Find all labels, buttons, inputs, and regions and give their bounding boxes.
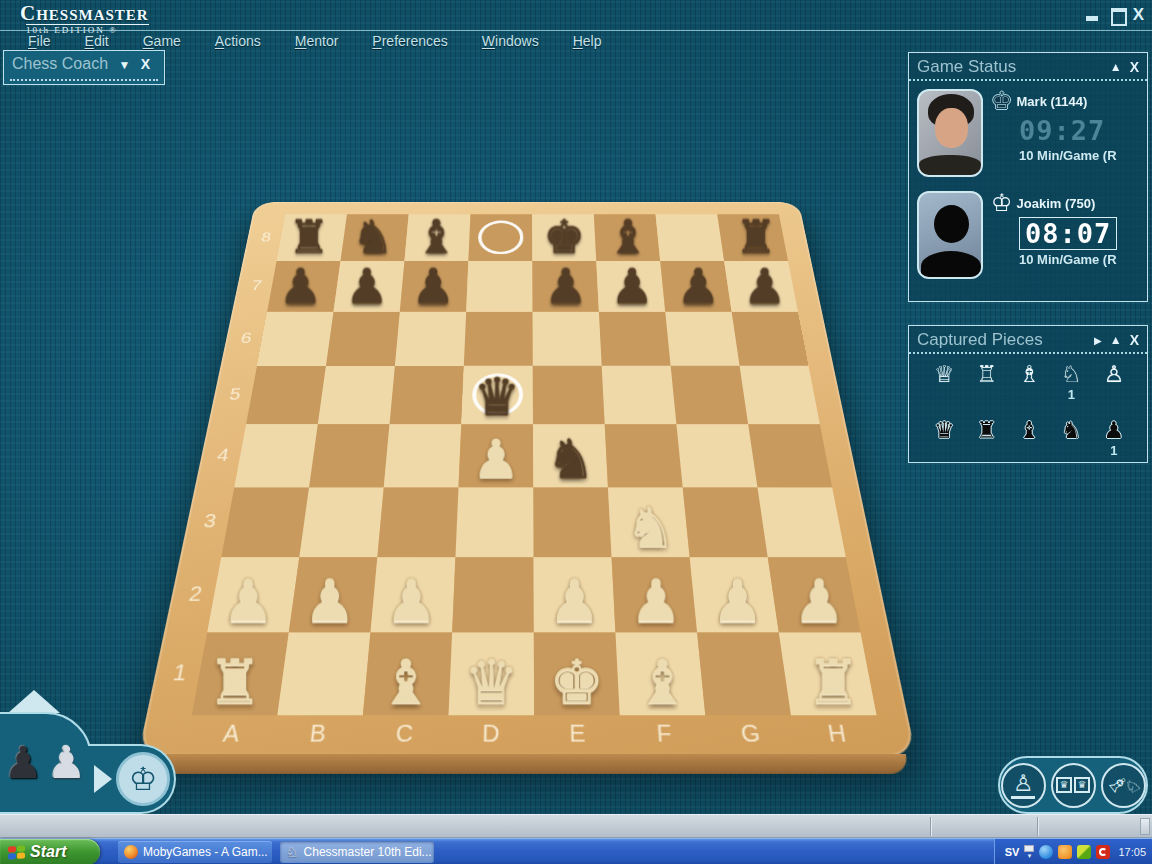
black-pawn[interactable]: ♟ — [731, 262, 797, 310]
mark-clock: 09:27 — [1019, 115, 1141, 146]
square-d2[interactable] — [452, 557, 534, 633]
black-bishop[interactable]: ♝ — [596, 214, 660, 260]
square-c3[interactable] — [377, 488, 458, 557]
task-mobygames[interactable]: MobyGames - A Gam... — [118, 841, 272, 863]
square-g4[interactable] — [676, 424, 757, 488]
square-a8[interactable]: ♜ — [277, 214, 347, 261]
square-c6[interactable] — [395, 311, 466, 365]
messenger-tray-icon[interactable] — [1039, 845, 1053, 859]
square-h7[interactable]: ♟ — [724, 261, 798, 311]
black-rook[interactable]: ♜ — [724, 214, 788, 260]
start-button[interactable]: Start — [0, 839, 100, 864]
square-a4[interactable] — [234, 424, 318, 488]
square-a3[interactable] — [221, 488, 309, 557]
captured-black-row: ♛ ♜ ♝ ♞ ♟1 — [923, 418, 1135, 458]
black-bishop[interactable]: ♝ — [405, 214, 469, 260]
white-bishop[interactable]: ♝ — [620, 651, 705, 713]
file-label-A: A — [185, 715, 277, 751]
file-label-F: F — [620, 715, 709, 751]
joakim-clock-active: 08:07 — [1019, 217, 1117, 250]
square-e8[interactable]: ♚ — [532, 214, 596, 261]
restore-icon[interactable] — [1109, 8, 1125, 22]
boards-view-button[interactable]: ♛ ♛ — [1051, 763, 1096, 808]
menu-file[interactable]: File — [28, 33, 51, 50]
white-knight-captured-count: 1 — [1050, 387, 1092, 402]
minimize-icon[interactable] — [1085, 8, 1101, 22]
square-b8[interactable]: ♞ — [341, 214, 409, 261]
menu-preferences[interactable]: Preferences — [372, 33, 448, 50]
square-e2[interactable]: ♟ — [534, 557, 616, 633]
white-queen[interactable]: ♛ — [449, 651, 534, 713]
coach-collapse-icon[interactable]: ▼ — [119, 58, 131, 72]
expand-right-arrow-icon[interactable] — [94, 765, 112, 793]
window-controls: X — [1085, 8, 1144, 22]
square-d1[interactable]: ♛ — [449, 632, 535, 715]
pieces-view-button[interactable]: ♙ — [1001, 763, 1046, 808]
captured-close-icon[interactable]: X — [1130, 332, 1139, 348]
input-device-icon[interactable]: ▾ — [1024, 845, 1034, 859]
board-3d: 8♜♞♝♚♝♜7♟♟♟♟♟♟♟65♛4♟♞3♞2♟♟♟♟♟♟♟1♜♝♛♚♝♜AB… — [138, 202, 916, 756]
white-knight-icon: ♘ — [1050, 362, 1092, 387]
white-pawn[interactable]: ♟ — [371, 571, 453, 630]
knight-icon: ♘ — [286, 845, 299, 859]
mark-time-control: 10 Min/Game (R — [1019, 148, 1141, 163]
black-pawn-tray-icon: ♟ — [4, 741, 43, 785]
square-f5[interactable] — [602, 366, 677, 425]
white-knight[interactable]: ♞ — [611, 499, 689, 555]
black-queen-icon: ♛ — [923, 418, 965, 443]
avatar-mark — [917, 89, 983, 177]
last-move-ring — [478, 221, 524, 255]
player-name: Joakim (750) — [1017, 196, 1096, 211]
joakim-time-control: 10 Min/Game (R — [1019, 252, 1141, 267]
square-d7[interactable] — [466, 261, 532, 311]
black-pawn[interactable]: ♟ — [665, 262, 731, 310]
black-king[interactable]: ♚ — [532, 214, 596, 260]
taskbar: Start MobyGames - A Gam... ♘ Chessmaster… — [0, 838, 1152, 864]
square-f2[interactable]: ♟ — [612, 557, 698, 633]
statusbar-grip — [1140, 818, 1150, 835]
windows-flag-icon — [8, 845, 25, 859]
menu-help[interactable]: Help — [573, 33, 602, 50]
captured-collapse-icon[interactable]: ▲ — [1110, 333, 1122, 347]
white-pawn[interactable]: ♟ — [289, 571, 371, 630]
mini-board-icon: ♛ — [1056, 777, 1072, 793]
square-h5[interactable] — [740, 366, 820, 425]
black-pawn[interactable]: ♟ — [599, 262, 665, 310]
white-rook[interactable]: ♜ — [791, 651, 876, 713]
file-label-G: G — [705, 715, 796, 751]
firefox-icon — [124, 845, 138, 859]
black-rook-icon: ♜ — [965, 418, 1007, 443]
square-a5[interactable] — [246, 366, 326, 425]
white-pawn[interactable]: ♟ — [697, 571, 779, 630]
player-name: Mark (1144) — [1017, 94, 1088, 109]
white-bishop-icon: ♗ — [1008, 362, 1050, 387]
square-d6[interactable] — [464, 311, 533, 365]
captured-title: Captured Pieces — [917, 330, 1086, 350]
square-b6[interactable] — [326, 311, 400, 365]
red-tray-icon[interactable] — [1096, 845, 1110, 859]
square-b4[interactable] — [309, 424, 390, 488]
tray-expand-tab: ♔ — [88, 744, 176, 814]
square-d4[interactable]: ♟ — [458, 424, 533, 488]
square-b5[interactable] — [318, 366, 395, 425]
square-c7[interactable]: ♟ — [400, 261, 469, 311]
menu-bar: File Edit Game Actions Mentor Preference… — [28, 33, 635, 50]
white-pawn[interactable]: ♟ — [615, 571, 697, 630]
captured-titlebar: Captured Pieces ▶ ▲ X — [909, 326, 1147, 354]
coach-close-icon[interactable]: X — [141, 56, 150, 72]
white-pawn-tray-icon: ♟ — [47, 741, 86, 785]
black-pawn[interactable]: ♟ — [267, 262, 333, 310]
board-frame: 8♜♞♝♚♝♜7♟♟♟♟♟♟♟65♛4♟♞3♞2♟♟♟♟♟♟♟1♜♝♛♚♝♜AB… — [138, 202, 916, 756]
square-e3[interactable] — [533, 488, 611, 557]
menu-edit[interactable]: Edit — [85, 33, 109, 50]
black-pawn[interactable]: ♟ — [533, 262, 599, 310]
square-c2[interactable]: ♟ — [370, 557, 455, 633]
white-bishop[interactable]: ♝ — [363, 651, 448, 713]
square-d3[interactable] — [455, 488, 533, 557]
board-grid[interactable]: 8♜♞♝♚♝♜7♟♟♟♟♟♟♟65♛4♟♞3♞2♟♟♟♟♟♟♟1♜♝♛♚♝♜AB… — [144, 214, 884, 751]
black-knight-icon: ♞ — [1050, 418, 1092, 443]
square-f8[interactable]: ♝ — [594, 214, 660, 261]
file-label-C: C — [360, 715, 449, 751]
menu-separator-line — [0, 30, 1152, 31]
white-king-icon: ♔ — [991, 191, 1013, 215]
square-b1[interactable] — [277, 632, 370, 715]
square-d5[interactable]: ♛ — [461, 366, 533, 425]
square-c5[interactable] — [390, 366, 464, 425]
square-h1[interactable]: ♜ — [779, 632, 877, 715]
player-row-mark: ♚ Mark (1144) 09:27 10 Min/Game (R — [917, 89, 1141, 177]
square-h2[interactable]: ♟ — [768, 557, 861, 633]
square-a7[interactable]: ♟ — [267, 261, 340, 311]
square-b2[interactable]: ♟ — [289, 557, 378, 633]
game-status-panel: Game Status ▲ X ♚ Mark (1144) 09:27 10 M… — [908, 52, 1148, 302]
captured-expand-icon[interactable]: ▶ — [1094, 335, 1102, 346]
game-status-title: Game Status — [917, 57, 1102, 77]
captured-view-button[interactable]: ♗ ♘ — [1101, 763, 1146, 808]
white-pawn-icon: ♙ — [1093, 362, 1135, 387]
square-e1[interactable]: ♚ — [534, 632, 620, 715]
king-icon: ♔ — [129, 763, 158, 795]
square-e4[interactable]: ♞ — [533, 424, 608, 488]
white-queen-icon: ♕ — [923, 362, 965, 387]
square-g5[interactable] — [671, 366, 749, 425]
black-king-icon: ♚ — [991, 89, 1013, 113]
rank-label-6: 6 — [224, 311, 267, 365]
black-knight[interactable]: ♞ — [533, 432, 608, 486]
square-b7[interactable]: ♟ — [334, 261, 405, 311]
square-f6[interactable] — [599, 311, 671, 365]
black-pawn-icon: ♟ — [1093, 418, 1135, 443]
mini-board-icon: ♛ — [1074, 777, 1090, 793]
square-a1[interactable]: ♜ — [192, 632, 289, 715]
system-tray: SV ▾ 17:05 — [994, 839, 1152, 864]
square-e6[interactable] — [533, 311, 602, 365]
close-icon[interactable]: X — [1133, 8, 1144, 22]
green-tray-icon[interactable] — [1077, 845, 1091, 859]
white-pawn[interactable]: ♟ — [534, 571, 616, 630]
file-label-H: H — [791, 715, 884, 751]
square-h6[interactable] — [732, 311, 809, 365]
square-f7[interactable]: ♟ — [596, 261, 665, 311]
square-a6[interactable] — [257, 311, 333, 365]
square-g1[interactable] — [697, 632, 791, 715]
view-buttons-pill: ♙ ♛ ♛ ♗ ♘ — [998, 756, 1148, 814]
square-f4[interactable] — [605, 424, 683, 488]
black-queen[interactable]: ♛ — [461, 371, 533, 423]
square-g3[interactable] — [683, 488, 768, 557]
file-label-B: B — [272, 715, 363, 751]
chess-coach-panel: Chess Coach ▼ X — [3, 50, 165, 85]
white-pawn[interactable]: ♟ — [778, 571, 860, 630]
white-pawn[interactable]: ♟ — [459, 432, 534, 486]
square-e5[interactable] — [533, 366, 605, 425]
clock: 17:05 — [1118, 846, 1146, 858]
square-c1[interactable]: ♝ — [363, 632, 452, 715]
file-label-E: E — [534, 715, 621, 751]
pawn-icon: ♙ — [1013, 772, 1034, 795]
game-status-collapse-icon[interactable]: ▲ — [1110, 60, 1122, 74]
square-a2[interactable]: ♟ — [207, 557, 299, 633]
player-row-joakim: ♔ Joakim (750) 08:07 10 Min/Game (R — [917, 191, 1141, 279]
black-pawn[interactable]: ♟ — [400, 262, 466, 310]
game-status-titlebar: Game Status ▲ X — [909, 53, 1147, 81]
menu-actions[interactable]: Actions — [215, 33, 261, 50]
language-indicator[interactable]: SV — [1005, 846, 1020, 858]
square-d8[interactable] — [468, 214, 532, 261]
captured-pieces-panel: Captured Pieces ▶ ▲ X ♕ ♖ ♗ ♘1 ♙ ♛ ♜ ♝ ♞… — [908, 325, 1148, 463]
captured-pawn-tray[interactable]: ♟ ♟ — [0, 712, 92, 814]
square-g7[interactable]: ♟ — [660, 261, 731, 311]
status-bar — [0, 814, 1152, 838]
white-pawn[interactable]: ♟ — [208, 571, 290, 630]
orange-tray-icon[interactable] — [1058, 845, 1072, 859]
square-h4[interactable] — [748, 424, 832, 488]
white-king[interactable]: ♚ — [534, 651, 619, 713]
square-f1[interactable]: ♝ — [615, 632, 705, 715]
avatar-joakim — [917, 191, 983, 279]
menu-game[interactable]: Game — [143, 33, 181, 50]
square-g8[interactable] — [656, 214, 725, 261]
menu-windows[interactable]: Windows — [482, 33, 539, 50]
black-rook[interactable]: ♜ — [277, 214, 341, 260]
logo-title: Chessmaster — [20, 3, 149, 24]
square-g6[interactable] — [665, 311, 739, 365]
captured-white-row: ♕ ♖ ♗ ♘1 ♙ — [923, 362, 1135, 402]
square-b3[interactable] — [299, 488, 383, 557]
black-pawn-captured-count: 1 — [1093, 443, 1135, 458]
king-circle-button[interactable]: ♔ — [116, 752, 170, 806]
black-bishop-icon: ♝ — [1008, 418, 1050, 443]
square-c4[interactable] — [384, 424, 462, 488]
square-f3[interactable]: ♞ — [608, 488, 690, 557]
scroll-up-arrow-icon[interactable] — [8, 690, 60, 713]
chess-coach-title: Chess Coach — [12, 55, 108, 73]
square-h3[interactable] — [757, 488, 845, 557]
white-rook[interactable]: ♜ — [192, 651, 277, 713]
task-chessmaster[interactable]: ♘ Chessmaster 10th Edi... — [280, 841, 434, 863]
square-h8[interactable]: ♜ — [717, 214, 788, 261]
black-pawn[interactable]: ♟ — [334, 262, 400, 310]
black-knight[interactable]: ♞ — [341, 214, 405, 260]
board-scene: 8♜♞♝♚♝♜7♟♟♟♟♟♟♟65♛4♟♞3♞2♟♟♟♟♟♟♟1♜♝♛♚♝♜AB… — [122, 110, 932, 760]
square-c8[interactable]: ♝ — [404, 214, 470, 261]
file-label-D: D — [447, 715, 534, 751]
square-e7[interactable]: ♟ — [532, 261, 599, 311]
white-rook-icon: ♖ — [965, 362, 1007, 387]
square-g2[interactable]: ♟ — [690, 557, 779, 633]
game-status-close-icon[interactable]: X — [1130, 59, 1139, 75]
menu-mentor[interactable]: Mentor — [295, 33, 339, 50]
